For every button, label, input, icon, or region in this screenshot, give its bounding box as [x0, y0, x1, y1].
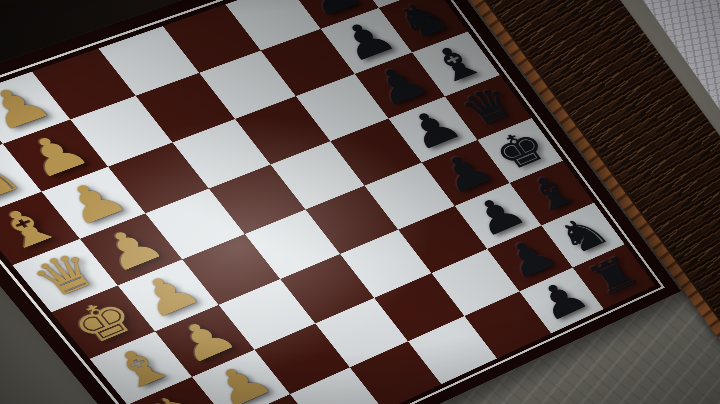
photo-stage: ♜♟♟♜♞♟♟♞♝♟♟♝♛♟♟♛♚♟♟♚♝♟♟♝♞♟♟♞♜♟♟♜ — [0, 0, 720, 404]
